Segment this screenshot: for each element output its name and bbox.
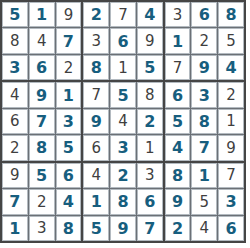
cell-r6c5[interactable]: 3	[110, 135, 136, 160]
box-7: 956724138	[2, 163, 81, 241]
cell-r4c2[interactable]: 9	[29, 82, 55, 107]
cell-r8c7[interactable]: 9	[165, 189, 191, 214]
box-6: 632581479	[165, 82, 244, 160]
cell-r5c9[interactable]: 1	[218, 109, 244, 134]
cell-r5c5[interactable]: 4	[110, 109, 136, 134]
box-3: 368125794	[165, 2, 244, 80]
cell-r7c7[interactable]: 8	[165, 163, 191, 188]
cell-r4c5[interactable]: 5	[110, 82, 136, 107]
cell-r7c8[interactable]: 1	[191, 163, 217, 188]
cell-r3c7[interactable]: 7	[165, 55, 191, 80]
cell-r4c4[interactable]: 7	[83, 82, 109, 107]
box-9: 817953246	[165, 163, 244, 241]
cell-r8c8[interactable]: 5	[191, 189, 217, 214]
box-5: 758942631	[83, 82, 162, 160]
cell-r5c6[interactable]: 2	[137, 109, 163, 134]
cell-r9c2[interactable]: 3	[29, 216, 55, 241]
cell-r6c2[interactable]: 8	[29, 135, 55, 160]
cell-r7c3[interactable]: 6	[56, 163, 82, 188]
cell-r5c8[interactable]: 8	[191, 109, 217, 134]
cell-r4c6[interactable]: 8	[137, 82, 163, 107]
cell-r3c8[interactable]: 9	[191, 55, 217, 80]
box-4: 491673285	[2, 82, 81, 160]
cell-r2c6[interactable]: 9	[137, 28, 163, 53]
cell-r9c4[interactable]: 5	[83, 216, 109, 241]
cell-r8c6[interactable]: 6	[137, 189, 163, 214]
cell-r9c3[interactable]: 8	[56, 216, 82, 241]
cell-r3c4[interactable]: 8	[83, 55, 109, 80]
cell-r3c6[interactable]: 5	[137, 55, 163, 80]
cell-r6c8[interactable]: 7	[191, 135, 217, 160]
cell-r1c6[interactable]: 4	[137, 2, 163, 27]
cell-r7c4[interactable]: 4	[83, 163, 109, 188]
cell-r5c7[interactable]: 5	[165, 109, 191, 134]
cell-r2c9[interactable]: 5	[218, 28, 244, 53]
cell-r2c5[interactable]: 6	[110, 28, 136, 53]
cell-r1c5[interactable]: 7	[110, 2, 136, 27]
cell-r2c2[interactable]: 4	[29, 28, 55, 53]
cell-r3c1[interactable]: 3	[2, 55, 28, 80]
cell-r8c5[interactable]: 8	[110, 189, 136, 214]
cell-r1c1[interactable]: 5	[2, 2, 28, 27]
cell-r1c2[interactable]: 1	[29, 2, 55, 27]
cell-r1c3[interactable]: 9	[56, 2, 82, 27]
cell-r9c8[interactable]: 4	[191, 216, 217, 241]
cell-r6c4[interactable]: 6	[83, 135, 109, 160]
cell-r2c1[interactable]: 8	[2, 28, 28, 53]
cell-r6c7[interactable]: 4	[165, 135, 191, 160]
cell-r2c3[interactable]: 7	[56, 28, 82, 53]
sudoku-board: 5198473622743698153681257944916732857589…	[0, 0, 246, 243]
cell-r3c5[interactable]: 1	[110, 55, 136, 80]
cell-r8c2[interactable]: 2	[29, 189, 55, 214]
cell-r4c3[interactable]: 1	[56, 82, 82, 107]
cell-r4c1[interactable]: 4	[2, 82, 28, 107]
cell-r6c9[interactable]: 9	[218, 135, 244, 160]
cell-r9c5[interactable]: 9	[110, 216, 136, 241]
cell-r6c6[interactable]: 1	[137, 135, 163, 160]
cell-r6c3[interactable]: 5	[56, 135, 82, 160]
cell-r1c9[interactable]: 8	[218, 2, 244, 27]
cell-r7c1[interactable]: 9	[2, 163, 28, 188]
cell-r4c7[interactable]: 6	[165, 82, 191, 107]
cell-r7c6[interactable]: 3	[137, 163, 163, 188]
box-8: 423186597	[83, 163, 162, 241]
box-2: 274369815	[83, 2, 162, 80]
cell-r1c8[interactable]: 6	[191, 2, 217, 27]
cell-r4c8[interactable]: 3	[191, 82, 217, 107]
cell-r9c6[interactable]: 7	[137, 216, 163, 241]
cell-r2c7[interactable]: 1	[165, 28, 191, 53]
cell-r9c7[interactable]: 2	[165, 216, 191, 241]
cell-r3c2[interactable]: 6	[29, 55, 55, 80]
cell-r5c2[interactable]: 7	[29, 109, 55, 134]
cell-r1c4[interactable]: 2	[83, 2, 109, 27]
cell-r7c9[interactable]: 7	[218, 163, 244, 188]
cell-r8c9[interactable]: 3	[218, 189, 244, 214]
cell-r7c2[interactable]: 5	[29, 163, 55, 188]
cell-r9c9[interactable]: 6	[218, 216, 244, 241]
cell-r8c1[interactable]: 7	[2, 189, 28, 214]
cell-r4c9[interactable]: 2	[218, 82, 244, 107]
cell-r6c1[interactable]: 2	[2, 135, 28, 160]
cell-r5c1[interactable]: 6	[2, 109, 28, 134]
cell-r8c4[interactable]: 1	[83, 189, 109, 214]
cell-r9c1[interactable]: 1	[2, 216, 28, 241]
cell-r2c4[interactable]: 3	[83, 28, 109, 53]
cell-r3c9[interactable]: 4	[218, 55, 244, 80]
cell-r8c3[interactable]: 4	[56, 189, 82, 214]
box-1: 519847362	[2, 2, 81, 80]
cell-r5c4[interactable]: 9	[83, 109, 109, 134]
cell-r2c8[interactable]: 2	[191, 28, 217, 53]
cell-r5c3[interactable]: 3	[56, 109, 82, 134]
cell-r3c3[interactable]: 2	[56, 55, 82, 80]
cell-r7c5[interactable]: 2	[110, 163, 136, 188]
cell-r1c7[interactable]: 3	[165, 2, 191, 27]
